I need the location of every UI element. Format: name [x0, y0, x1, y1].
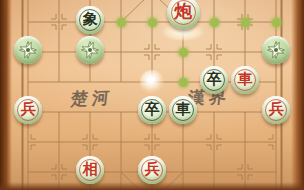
piece-character: 車: [176, 102, 191, 117]
river-label-chu: 楚河: [70, 86, 115, 110]
piece-character: 兵: [269, 102, 284, 117]
piece-character: 相: [83, 162, 98, 177]
piece-red-soldier[interactable]: 兵: [14, 96, 42, 124]
piece-red-soldier[interactable]: 兵: [262, 96, 290, 124]
move-hint-dot[interactable]: [179, 48, 188, 57]
hidden-piece-flower-icon: [18, 40, 38, 60]
piece-character: 兵: [21, 102, 36, 117]
piece-character: 炮: [174, 2, 192, 20]
piece-character: 卒: [207, 72, 222, 87]
move-hint-dot[interactable]: [241, 18, 250, 27]
piece-red-cannon[interactable]: 炮: [167, 0, 200, 29]
piece-face-down[interactable]: [262, 36, 290, 64]
piece-red-elephant[interactable]: 相: [76, 156, 104, 184]
board-frame-left: [0, 0, 12, 190]
move-hint-dot[interactable]: [148, 18, 157, 27]
move-hint-dot[interactable]: [117, 18, 126, 27]
xiangqi-app-screen: 楚河 漢界 象炮卒車兵卒車兵相兵: [0, 0, 304, 190]
piece-face-down[interactable]: [76, 36, 104, 64]
piece-red-soldier[interactable]: 兵: [138, 156, 166, 184]
piece-black-chariot[interactable]: 車: [169, 96, 197, 124]
piece-black-soldier[interactable]: 卒: [138, 96, 166, 124]
move-hint-dot[interactable]: [272, 18, 281, 27]
piece-black-elephant[interactable]: 象: [76, 6, 104, 34]
piece-character: 卒: [145, 102, 160, 117]
piece-face-down[interactable]: [14, 36, 42, 64]
board-frame-right: [291, 0, 304, 190]
move-hint-dot[interactable]: [179, 78, 188, 87]
hidden-piece-flower-icon: [80, 40, 100, 60]
piece-character: 車: [238, 72, 253, 87]
piece-black-soldier[interactable]: 卒: [200, 66, 228, 94]
move-hint-dot[interactable]: [210, 18, 219, 27]
piece-character: 兵: [145, 162, 160, 177]
piece-character: 象: [83, 12, 98, 27]
hidden-piece-flower-icon: [266, 40, 286, 60]
white-glow-orb: [140, 70, 164, 94]
piece-red-chariot[interactable]: 車: [231, 66, 259, 94]
